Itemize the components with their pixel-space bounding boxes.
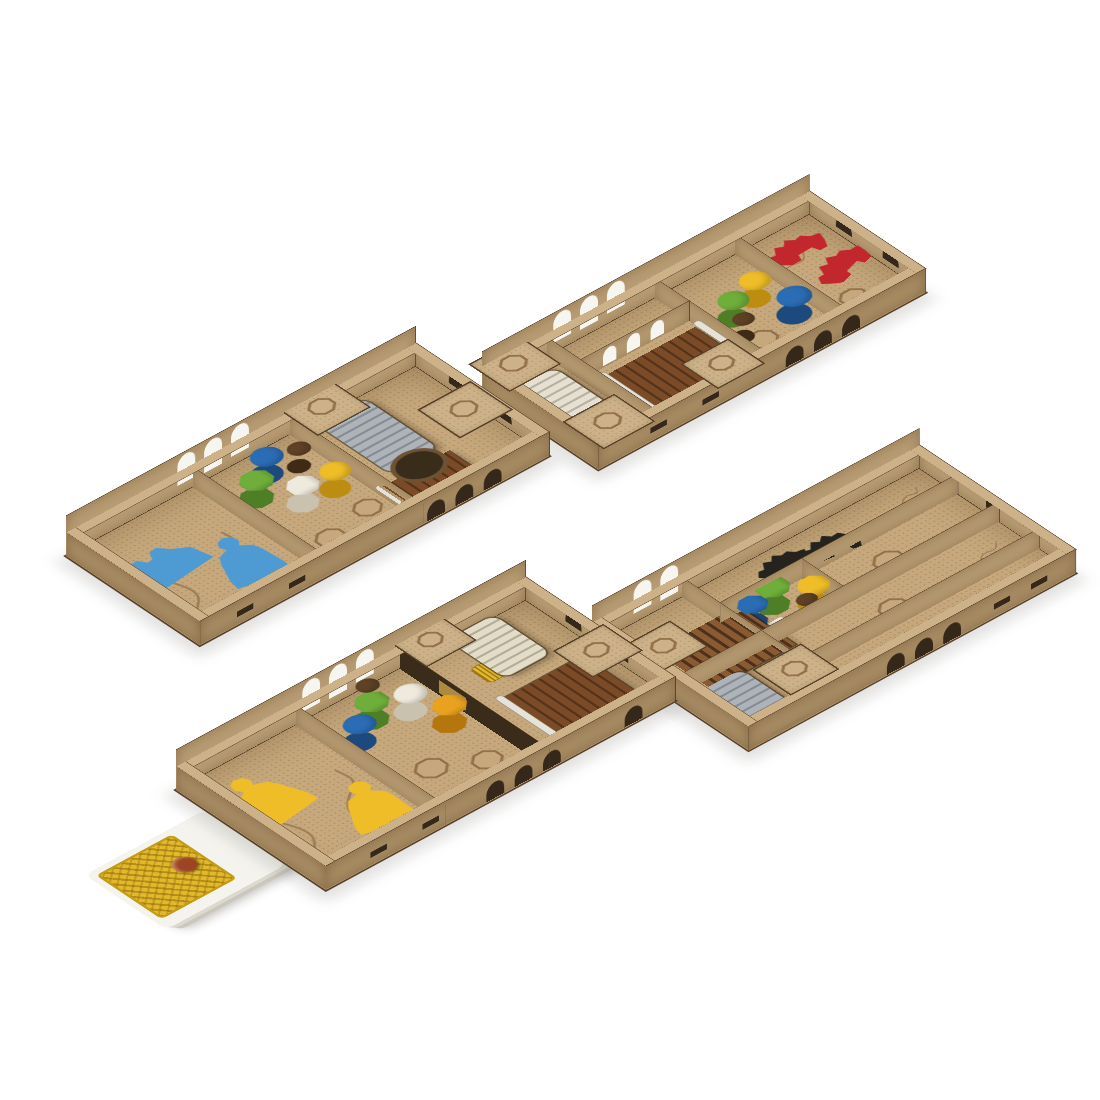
tower-octagon-inner [592,411,623,430]
tower-octagon-engraving [588,409,628,433]
tower-octagon-inner [582,641,610,658]
tower-octagon-inner [306,397,337,416]
wall-slot [370,844,386,858]
tower-octagon-inner [649,637,677,654]
tower-octagon-inner [448,399,479,418]
tower-octagon-engraving [703,352,740,374]
tower-octagon-inner [707,354,735,371]
tower-octagon-inner [780,660,808,677]
product-photo-scene [0,0,1100,1100]
tower-octagon-inner [416,631,444,648]
wall-slot [422,815,438,829]
engraved-octagon [407,754,455,783]
wall-slot [994,595,1010,609]
tower-octagon-engraving [444,397,484,421]
ornate-gold-card [96,834,237,919]
tower-octagon-engraving [776,658,813,680]
wall-slot [237,603,253,617]
tower-octagon-engraving [645,635,682,657]
wall-slot [702,391,718,405]
tower-octagon-engraving [578,639,615,661]
red-wax-seal [166,853,203,875]
engraved-octagon-inner [412,756,452,780]
tower-octagon-inner [498,354,529,373]
wall-slot [289,575,305,589]
wall-slot [1031,575,1047,589]
